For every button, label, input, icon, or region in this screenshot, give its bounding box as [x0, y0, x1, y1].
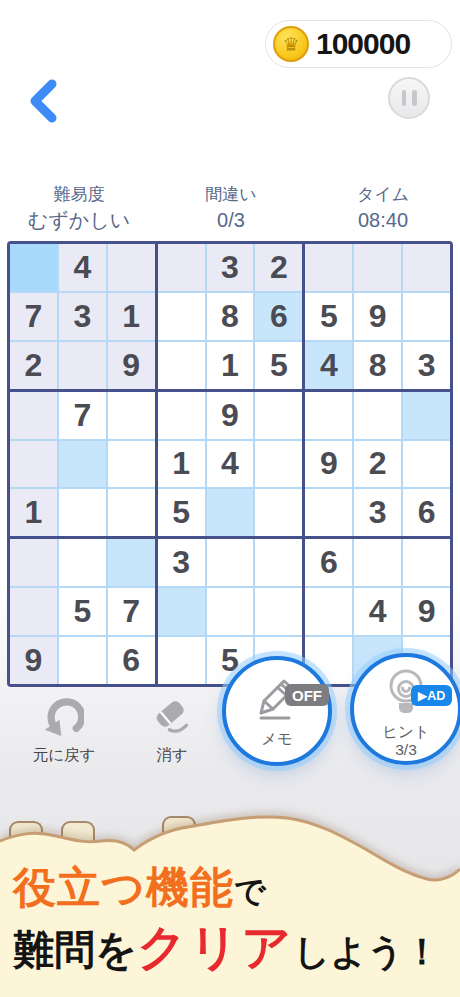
sudoku-cell-r5c8[interactable]: 2	[354, 441, 401, 488]
sudoku-cell-r2c1[interactable]: 7	[10, 293, 57, 340]
sudoku-cell-r4c6[interactable]	[255, 392, 302, 439]
sudoku-cell-r8c3[interactable]: 7	[108, 588, 155, 635]
undo-arrow-icon	[44, 697, 84, 737]
banner-line2: 難問をクリアしよう！	[13, 915, 440, 981]
sudoku-cell-r6c5[interactable]	[207, 489, 254, 536]
sudoku-cell-r7c6[interactable]	[255, 539, 302, 586]
sudoku-cell-r4c5[interactable]: 9	[207, 392, 254, 439]
sudoku-cell-r2c9[interactable]	[403, 293, 450, 340]
pause-button[interactable]	[388, 77, 430, 119]
sudoku-cell-r3c8[interactable]: 8	[354, 342, 401, 389]
sudoku-cell-r6c4[interactable]: 5	[158, 489, 205, 536]
sudoku-cell-r7c3[interactable]	[108, 539, 155, 586]
sudoku-cell-r2c6[interactable]: 6	[255, 293, 302, 340]
sudoku-cell-r1c3[interactable]	[108, 244, 155, 291]
sudoku-cell-r3c1[interactable]: 2	[10, 342, 57, 389]
sudoku-cell-r9c3[interactable]: 6	[108, 637, 155, 684]
sudoku-cell-r7c8[interactable]	[354, 539, 401, 586]
sudoku-cell-r3c5[interactable]: 1	[207, 342, 254, 389]
sudoku-box: 473129	[10, 244, 155, 389]
coin-amount: 100000	[316, 27, 410, 61]
sudoku-cell-r5c4[interactable]: 1	[158, 441, 205, 488]
stat-time: タイム 08:40	[307, 184, 459, 234]
sudoku-cell-r9c4[interactable]	[158, 637, 205, 684]
sudoku-cell-r8c5[interactable]	[207, 588, 254, 635]
sudoku-cell-r3c6[interactable]: 5	[255, 342, 302, 389]
sudoku-cell-r9c2[interactable]	[59, 637, 106, 684]
erase-button[interactable]: 消す	[134, 697, 210, 766]
sudoku-cell-r1c9[interactable]	[403, 244, 450, 291]
sudoku-cell-r8c1[interactable]	[10, 588, 57, 635]
stat-difficulty: 難易度 むずかしい	[3, 184, 155, 234]
stats-row: 難易度 むずかしい 間違い 0/3 タイム 08:40	[0, 184, 460, 239]
sudoku-cell-r1c7[interactable]	[305, 244, 352, 291]
hint-ad-badge: ▶AD	[411, 685, 452, 706]
sudoku-board[interactable]: 473129328615594837191459236579635649	[7, 241, 453, 687]
pause-icon	[402, 90, 407, 106]
sudoku-cell-r4c2[interactable]: 7	[59, 392, 106, 439]
sudoku-cell-r2c3[interactable]: 1	[108, 293, 155, 340]
sudoku-box: 5796	[10, 539, 155, 684]
sudoku-box: 59483	[305, 244, 450, 389]
sudoku-cell-r3c7[interactable]: 4	[305, 342, 352, 389]
sudoku-cell-r2c5[interactable]: 8	[207, 293, 254, 340]
back-chevron-icon	[26, 78, 60, 124]
sudoku-cell-r7c5[interactable]	[207, 539, 254, 586]
coin-icon: ♛	[273, 26, 309, 62]
sudoku-cell-r8c8[interactable]: 4	[354, 588, 401, 635]
sudoku-cell-r7c9[interactable]	[403, 539, 450, 586]
stat-mistakes: 間違い 0/3	[155, 184, 307, 234]
sudoku-cell-r7c1[interactable]	[10, 539, 57, 586]
sudoku-cell-r1c6[interactable]: 2	[255, 244, 302, 291]
sudoku-game-screen: ♛ 100000 難易度 むずかしい 間違い 0/3 タイム 08:40 473…	[0, 0, 460, 997]
sudoku-cell-r3c9[interactable]: 3	[403, 342, 450, 389]
sudoku-cell-r1c2[interactable]: 4	[59, 244, 106, 291]
sudoku-cell-r6c8[interactable]: 3	[354, 489, 401, 536]
sudoku-cell-r1c5[interactable]: 3	[207, 244, 254, 291]
sudoku-cell-r2c4[interactable]	[158, 293, 205, 340]
sudoku-box: 328615	[158, 244, 303, 389]
undo-button[interactable]: 元に戻す	[26, 697, 102, 766]
sudoku-cell-r4c1[interactable]	[10, 392, 57, 439]
sudoku-cell-r6c2[interactable]	[59, 489, 106, 536]
sudoku-cell-r1c8[interactable]	[354, 244, 401, 291]
sudoku-cell-r6c6[interactable]	[255, 489, 302, 536]
sudoku-cell-r5c9[interactable]	[403, 441, 450, 488]
sudoku-cell-r3c4[interactable]	[158, 342, 205, 389]
sudoku-cell-r3c3[interactable]: 9	[108, 342, 155, 389]
sudoku-cell-r8c7[interactable]	[305, 588, 352, 635]
sudoku-cell-r4c7[interactable]	[305, 392, 352, 439]
sudoku-cell-r4c3[interactable]	[108, 392, 155, 439]
sudoku-cell-r5c5[interactable]: 4	[207, 441, 254, 488]
sudoku-box: 71	[10, 392, 155, 537]
promo-banner[interactable]: 役立つ機能で 難問をクリアしよう！	[0, 815, 460, 997]
sudoku-cell-r2c8[interactable]: 9	[354, 293, 401, 340]
banner-line1: 役立つ機能で	[13, 859, 266, 917]
sudoku-cell-r8c9[interactable]: 9	[403, 588, 450, 635]
sudoku-box: 9145	[158, 392, 303, 537]
hint-count: 3/3	[354, 741, 458, 759]
sudoku-cell-r6c9[interactable]: 6	[403, 489, 450, 536]
sudoku-cell-r6c1[interactable]: 1	[10, 489, 57, 536]
sudoku-cell-r7c4[interactable]: 3	[158, 539, 205, 586]
sudoku-cell-r3c2[interactable]	[59, 342, 106, 389]
sudoku-cell-r9c1[interactable]: 9	[10, 637, 57, 684]
hint-button[interactable]: ▶AD ヒント 3/3	[350, 653, 460, 765]
sudoku-cell-r7c7[interactable]: 6	[305, 539, 352, 586]
sudoku-cell-r5c2[interactable]	[59, 441, 106, 488]
sudoku-cell-r5c1[interactable]	[10, 441, 57, 488]
sudoku-cell-r8c6[interactable]	[255, 588, 302, 635]
sudoku-cell-r4c4[interactable]	[158, 392, 205, 439]
sudoku-cell-r1c4[interactable]	[158, 244, 205, 291]
sudoku-box: 9236	[305, 392, 450, 537]
sudoku-cell-r5c6[interactable]	[255, 441, 302, 488]
sudoku-cell-r7c2[interactable]	[59, 539, 106, 586]
memo-button[interactable]: OFF メモ	[222, 656, 332, 766]
coin-balance-pill[interactable]: ♛ 100000	[265, 20, 452, 68]
sudoku-cell-r6c3[interactable]	[108, 489, 155, 536]
sudoku-cell-r2c2[interactable]: 3	[59, 293, 106, 340]
sudoku-cell-r5c3[interactable]	[108, 441, 155, 488]
sudoku-cell-r5c7[interactable]: 9	[305, 441, 352, 488]
sudoku-cell-r8c2[interactable]: 5	[59, 588, 106, 635]
sudoku-cell-r8c4[interactable]	[158, 588, 205, 635]
sudoku-cell-r2c7[interactable]: 5	[305, 293, 352, 340]
back-button[interactable]	[26, 78, 60, 124]
sudoku-cell-r4c9[interactable]	[403, 392, 450, 439]
sudoku-cell-r1c1[interactable]	[10, 244, 57, 291]
memo-off-badge: OFF	[285, 684, 329, 706]
sudoku-cell-r4c8[interactable]	[354, 392, 401, 439]
eraser-icon	[152, 697, 192, 737]
sudoku-cell-r6c7[interactable]	[305, 489, 352, 536]
